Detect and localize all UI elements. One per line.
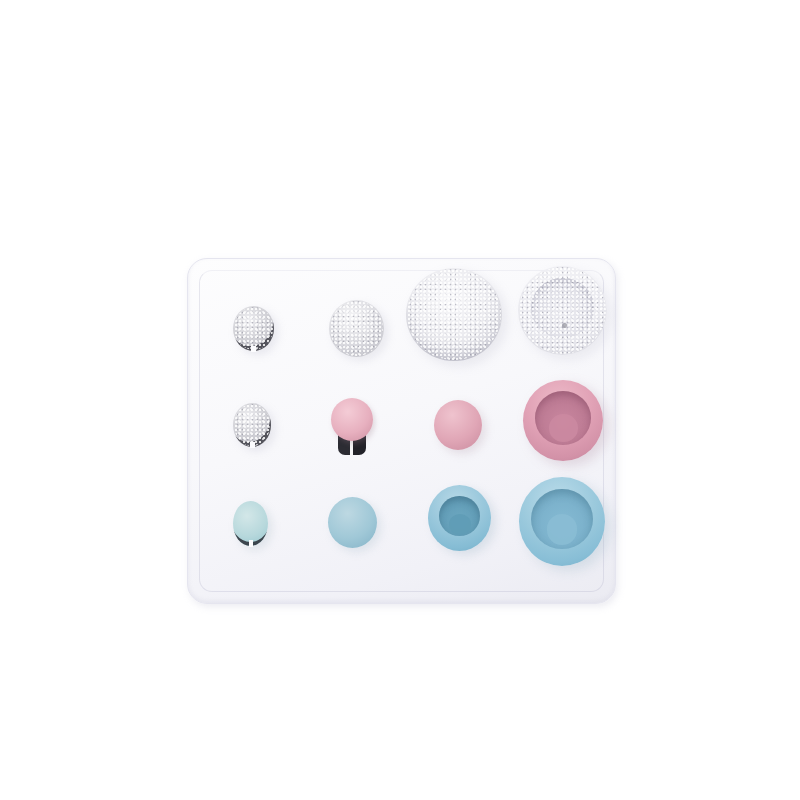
speckle-texture [234,307,273,350]
bit-gray-flat-cylinder-small [233,306,274,351]
bit-blue-ball-medium [328,497,377,548]
bit-gray-cup-large [518,266,607,355]
bit-pink-ball-on-shank [331,398,373,456]
bit-blue-bowl-large [519,477,605,566]
bit-pink-ball-medium [434,400,482,450]
speckle-texture [234,404,270,446]
speckle-texture [407,269,501,360]
bit-blue-flat-cylinder-small [233,501,268,546]
bit-blue-cup-medium [428,485,491,551]
product-photo [0,0,800,800]
speckle-texture [330,301,383,356]
bit-gray-flat-cylinder-small-2 [233,403,271,447]
speckle-texture [519,267,606,354]
bit-pink-bowl-large [523,380,603,461]
bit-gray-dome-large [406,268,502,361]
bit-gray-ball-medium [329,300,384,357]
